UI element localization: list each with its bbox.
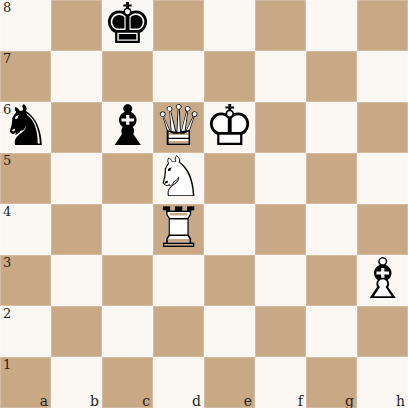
square-d2[interactable] — [153, 306, 204, 357]
square-b4[interactable] — [51, 204, 102, 255]
chess-board: 8♚76♞♝♛♕♚♔5♞♘4♜♖3♝♗21abcdefgh — [0, 0, 408, 408]
square-c2[interactable] — [102, 306, 153, 357]
square-e5[interactable] — [204, 153, 255, 204]
square-a1[interactable]: 1a — [0, 357, 51, 408]
file-label-h: h — [396, 393, 405, 408]
square-b5[interactable] — [51, 153, 102, 204]
square-d4[interactable]: ♜♖ — [153, 204, 204, 255]
square-b1[interactable]: b — [51, 357, 102, 408]
white-bishop[interactable]: ♝♗ — [357, 255, 408, 306]
square-e3[interactable] — [204, 255, 255, 306]
white-rook[interactable]: ♜♖ — [153, 204, 204, 255]
white-bishop-glyph: ♗ — [357, 250, 407, 306]
square-h2[interactable] — [357, 306, 408, 357]
square-a2[interactable]: 2 — [0, 306, 51, 357]
square-b6[interactable] — [51, 102, 102, 153]
square-h5[interactable] — [357, 153, 408, 204]
square-g5[interactable] — [306, 153, 357, 204]
black-bishop-glyph: ♝ — [102, 97, 152, 153]
square-g4[interactable] — [306, 204, 357, 255]
square-h8[interactable] — [357, 0, 408, 51]
file-label-g: g — [345, 393, 354, 408]
file-label-e: e — [244, 393, 252, 408]
square-a4[interactable]: 4 — [0, 204, 51, 255]
black-knight[interactable]: ♞ — [0, 102, 51, 153]
square-f5[interactable] — [255, 153, 306, 204]
rank-label-8: 8 — [3, 0, 11, 15]
black-king-glyph: ♚ — [102, 0, 152, 51]
square-c8[interactable]: ♚ — [102, 0, 153, 51]
square-e2[interactable] — [204, 306, 255, 357]
square-h1[interactable]: h — [357, 357, 408, 408]
square-a5[interactable]: 5 — [0, 153, 51, 204]
white-king[interactable]: ♚♔ — [204, 102, 255, 153]
square-f2[interactable] — [255, 306, 306, 357]
square-f6[interactable] — [255, 102, 306, 153]
square-g3[interactable] — [306, 255, 357, 306]
rank-label-2: 2 — [3, 306, 11, 321]
square-f7[interactable] — [255, 51, 306, 102]
file-label-f: f — [298, 393, 303, 408]
square-g8[interactable] — [306, 0, 357, 51]
rank-label-4: 4 — [3, 204, 11, 219]
square-c1[interactable]: c — [102, 357, 153, 408]
square-c6[interactable]: ♝ — [102, 102, 153, 153]
rank-label-3: 3 — [3, 255, 11, 270]
square-a8[interactable]: 8 — [0, 0, 51, 51]
square-g7[interactable] — [306, 51, 357, 102]
square-g6[interactable] — [306, 102, 357, 153]
square-h3[interactable]: ♝♗ — [357, 255, 408, 306]
square-d1[interactable]: d — [153, 357, 204, 408]
square-c3[interactable] — [102, 255, 153, 306]
square-e4[interactable] — [204, 204, 255, 255]
square-b3[interactable] — [51, 255, 102, 306]
square-e1[interactable]: e — [204, 357, 255, 408]
file-label-a: a — [40, 393, 48, 408]
square-e8[interactable] — [204, 0, 255, 51]
black-bishop[interactable]: ♝ — [102, 102, 153, 153]
square-h7[interactable] — [357, 51, 408, 102]
black-king[interactable]: ♚ — [102, 0, 153, 51]
square-f3[interactable] — [255, 255, 306, 306]
file-label-b: b — [90, 393, 99, 408]
rank-label-7: 7 — [3, 51, 11, 66]
file-label-c: c — [142, 393, 150, 408]
square-a3[interactable]: 3 — [0, 255, 51, 306]
square-d8[interactable] — [153, 0, 204, 51]
square-h6[interactable] — [357, 102, 408, 153]
square-f4[interactable] — [255, 204, 306, 255]
file-label-d: d — [192, 393, 201, 408]
square-e6[interactable]: ♚♔ — [204, 102, 255, 153]
square-d3[interactable] — [153, 255, 204, 306]
square-f8[interactable] — [255, 0, 306, 51]
square-b2[interactable] — [51, 306, 102, 357]
square-b8[interactable] — [51, 0, 102, 51]
square-g2[interactable] — [306, 306, 357, 357]
square-b7[interactable] — [51, 51, 102, 102]
square-c4[interactable] — [102, 204, 153, 255]
square-c5[interactable] — [102, 153, 153, 204]
square-f1[interactable]: f — [255, 357, 306, 408]
white-rook-glyph: ♖ — [153, 199, 203, 255]
rank-label-1: 1 — [3, 357, 11, 372]
black-knight-glyph: ♞ — [0, 97, 50, 153]
white-king-glyph: ♔ — [204, 97, 254, 153]
square-a6[interactable]: 6♞ — [0, 102, 51, 153]
square-g1[interactable]: g — [306, 357, 357, 408]
